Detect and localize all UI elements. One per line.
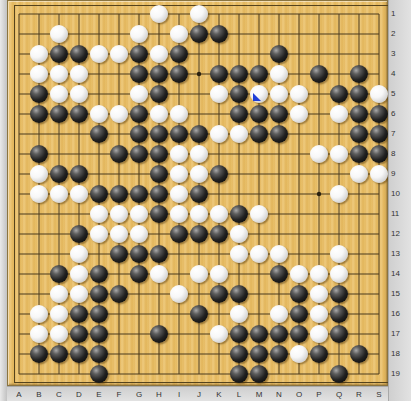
intersection-E5[interactable]	[89, 84, 109, 104]
intersection-A1[interactable]	[9, 4, 29, 24]
intersection-E10[interactable]	[89, 184, 109, 204]
intersection-H3[interactable]	[149, 44, 169, 64]
intersection-M16[interactable]	[249, 304, 269, 324]
intersection-G11[interactable]	[129, 204, 149, 224]
intersection-Q10[interactable]	[329, 184, 349, 204]
intersection-L10[interactable]	[229, 184, 249, 204]
intersection-R19[interactable]	[349, 364, 369, 384]
intersection-P16[interactable]	[309, 304, 329, 324]
intersection-K16[interactable]	[209, 304, 229, 324]
intersection-I3[interactable]	[169, 44, 189, 64]
intersection-H5[interactable]	[149, 84, 169, 104]
intersection-J6[interactable]	[189, 104, 209, 124]
intersection-P18[interactable]	[309, 344, 329, 364]
intersection-H9[interactable]	[149, 164, 169, 184]
intersection-H16[interactable]	[149, 304, 169, 324]
intersection-N17[interactable]	[269, 324, 289, 344]
intersection-H4[interactable]	[149, 64, 169, 84]
intersection-F8[interactable]	[109, 144, 129, 164]
intersection-D16[interactable]	[69, 304, 89, 324]
intersection-C10[interactable]	[49, 184, 69, 204]
intersection-H1[interactable]	[149, 4, 169, 24]
intersection-M19[interactable]	[249, 364, 269, 384]
intersection-D5[interactable]	[69, 84, 89, 104]
intersection-S15[interactable]	[369, 284, 389, 304]
intersection-D12[interactable]	[69, 224, 89, 244]
intersection-J2[interactable]	[189, 24, 209, 44]
intersection-R13[interactable]	[349, 244, 369, 264]
intersection-N14[interactable]	[269, 264, 289, 284]
intersection-L14[interactable]	[229, 264, 249, 284]
intersection-L4[interactable]	[229, 64, 249, 84]
intersection-D10[interactable]	[69, 184, 89, 204]
intersection-S2[interactable]	[369, 24, 389, 44]
intersection-E4[interactable]	[89, 64, 109, 84]
intersection-J12[interactable]	[189, 224, 209, 244]
intersection-R14[interactable]	[349, 264, 369, 284]
intersection-E18[interactable]	[89, 344, 109, 364]
intersection-G13[interactable]	[129, 244, 149, 264]
intersection-G4[interactable]	[129, 64, 149, 84]
intersection-B10[interactable]	[29, 184, 49, 204]
intersection-I12[interactable]	[169, 224, 189, 244]
intersection-R10[interactable]	[349, 184, 369, 204]
intersection-F4[interactable]	[109, 64, 129, 84]
intersection-Q13[interactable]	[329, 244, 349, 264]
intersection-S13[interactable]	[369, 244, 389, 264]
intersection-J16[interactable]	[189, 304, 209, 324]
intersection-J17[interactable]	[189, 324, 209, 344]
intersection-K18[interactable]	[209, 344, 229, 364]
intersection-R7[interactable]	[349, 124, 369, 144]
intersection-G14[interactable]	[129, 264, 149, 284]
intersection-F5[interactable]	[109, 84, 129, 104]
intersection-H18[interactable]	[149, 344, 169, 364]
intersection-I11[interactable]	[169, 204, 189, 224]
intersection-S17[interactable]	[369, 324, 389, 344]
intersection-E2[interactable]	[89, 24, 109, 44]
intersection-C18[interactable]	[49, 344, 69, 364]
intersection-N4[interactable]	[269, 64, 289, 84]
intersection-O3[interactable]	[289, 44, 309, 64]
intersection-L8[interactable]	[229, 144, 249, 164]
intersection-D4[interactable]	[69, 64, 89, 84]
intersection-D8[interactable]	[69, 144, 89, 164]
intersection-F11[interactable]	[109, 204, 129, 224]
intersection-M1[interactable]	[249, 4, 269, 24]
intersection-F10[interactable]	[109, 184, 129, 204]
intersection-P6[interactable]	[309, 104, 329, 124]
intersection-P10[interactable]	[309, 184, 329, 204]
intersection-O9[interactable]	[289, 164, 309, 184]
intersection-F19[interactable]	[109, 364, 129, 384]
intersection-L9[interactable]	[229, 164, 249, 184]
intersection-K13[interactable]	[209, 244, 229, 264]
intersection-A10[interactable]	[9, 184, 29, 204]
intersection-F7[interactable]	[109, 124, 129, 144]
intersection-P19[interactable]	[309, 364, 329, 384]
intersection-L6[interactable]	[229, 104, 249, 124]
intersection-D14[interactable]	[69, 264, 89, 284]
intersection-L18[interactable]	[229, 344, 249, 364]
intersection-R16[interactable]	[349, 304, 369, 324]
intersection-A15[interactable]	[9, 284, 29, 304]
intersection-K2[interactable]	[209, 24, 229, 44]
intersection-F18[interactable]	[109, 344, 129, 364]
intersection-Q1[interactable]	[329, 4, 349, 24]
intersection-A12[interactable]	[9, 224, 29, 244]
intersection-S1[interactable]	[369, 4, 389, 24]
intersection-N7[interactable]	[269, 124, 289, 144]
intersection-K1[interactable]	[209, 4, 229, 24]
intersection-O1[interactable]	[289, 4, 309, 24]
intersection-D1[interactable]	[69, 4, 89, 24]
intersection-E11[interactable]	[89, 204, 109, 224]
intersection-Q6[interactable]	[329, 104, 349, 124]
intersection-K10[interactable]	[209, 184, 229, 204]
intersection-B17[interactable]	[29, 324, 49, 344]
intersection-J18[interactable]	[189, 344, 209, 364]
intersection-J1[interactable]	[189, 4, 209, 24]
intersection-J9[interactable]	[189, 164, 209, 184]
intersection-I1[interactable]	[169, 4, 189, 24]
intersection-R4[interactable]	[349, 64, 369, 84]
intersection-R12[interactable]	[349, 224, 369, 244]
intersection-P9[interactable]	[309, 164, 329, 184]
intersection-P14[interactable]	[309, 264, 329, 284]
intersection-G8[interactable]	[129, 144, 149, 164]
intersection-G17[interactable]	[129, 324, 149, 344]
intersection-N9[interactable]	[269, 164, 289, 184]
intersection-N13[interactable]	[269, 244, 289, 264]
intersection-G5[interactable]	[129, 84, 149, 104]
intersection-B13[interactable]	[29, 244, 49, 264]
intersection-Q19[interactable]	[329, 364, 349, 384]
intersection-S3[interactable]	[369, 44, 389, 64]
intersection-Q11[interactable]	[329, 204, 349, 224]
intersection-A6[interactable]	[9, 104, 29, 124]
intersection-E12[interactable]	[89, 224, 109, 244]
intersection-B8[interactable]	[29, 144, 49, 164]
intersection-R17[interactable]	[349, 324, 369, 344]
intersection-E16[interactable]	[89, 304, 109, 324]
intersection-Q5[interactable]	[329, 84, 349, 104]
intersection-A13[interactable]	[9, 244, 29, 264]
intersection-E9[interactable]	[89, 164, 109, 184]
intersection-Q4[interactable]	[329, 64, 349, 84]
intersection-M18[interactable]	[249, 344, 269, 364]
intersection-F1[interactable]	[109, 4, 129, 24]
intersection-L15[interactable]	[229, 284, 249, 304]
intersection-F17[interactable]	[109, 324, 129, 344]
intersection-G18[interactable]	[129, 344, 149, 364]
intersection-P1[interactable]	[309, 4, 329, 24]
intersection-H14[interactable]	[149, 264, 169, 284]
intersection-O14[interactable]	[289, 264, 309, 284]
intersection-P3[interactable]	[309, 44, 329, 64]
intersection-O5[interactable]	[289, 84, 309, 104]
intersection-I10[interactable]	[169, 184, 189, 204]
intersection-F3[interactable]	[109, 44, 129, 64]
intersection-A2[interactable]	[9, 24, 29, 44]
intersection-O6[interactable]	[289, 104, 309, 124]
intersection-A8[interactable]	[9, 144, 29, 164]
intersection-L13[interactable]	[229, 244, 249, 264]
intersection-K12[interactable]	[209, 224, 229, 244]
intersection-A19[interactable]	[9, 364, 29, 384]
intersection-F2[interactable]	[109, 24, 129, 44]
intersection-L2[interactable]	[229, 24, 249, 44]
intersection-P13[interactable]	[309, 244, 329, 264]
intersection-C14[interactable]	[49, 264, 69, 284]
intersection-M2[interactable]	[249, 24, 269, 44]
intersection-G16[interactable]	[129, 304, 149, 324]
intersection-E19[interactable]	[89, 364, 109, 384]
intersection-O4[interactable]	[289, 64, 309, 84]
intersection-G12[interactable]	[129, 224, 149, 244]
intersection-I14[interactable]	[169, 264, 189, 284]
intersection-H8[interactable]	[149, 144, 169, 164]
intersection-H2[interactable]	[149, 24, 169, 44]
intersection-S19[interactable]	[369, 364, 389, 384]
intersection-O7[interactable]	[289, 124, 309, 144]
intersection-I16[interactable]	[169, 304, 189, 324]
intersection-Q3[interactable]	[329, 44, 349, 64]
intersection-G10[interactable]	[129, 184, 149, 204]
intersection-Q16[interactable]	[329, 304, 349, 324]
intersection-S10[interactable]	[369, 184, 389, 204]
intersection-S6[interactable]	[369, 104, 389, 124]
intersection-M6[interactable]	[249, 104, 269, 124]
intersection-O16[interactable]	[289, 304, 309, 324]
intersection-H7[interactable]	[149, 124, 169, 144]
intersection-P2[interactable]	[309, 24, 329, 44]
intersection-E1[interactable]	[89, 4, 109, 24]
intersection-E17[interactable]	[89, 324, 109, 344]
intersection-R11[interactable]	[349, 204, 369, 224]
intersection-M4[interactable]	[249, 64, 269, 84]
intersection-C1[interactable]	[49, 4, 69, 24]
intersection-A4[interactable]	[9, 64, 29, 84]
intersection-N15[interactable]	[269, 284, 289, 304]
intersection-B2[interactable]	[29, 24, 49, 44]
intersection-N2[interactable]	[269, 24, 289, 44]
intersection-G15[interactable]	[129, 284, 149, 304]
intersection-H11[interactable]	[149, 204, 169, 224]
intersection-R5[interactable]	[349, 84, 369, 104]
intersection-F12[interactable]	[109, 224, 129, 244]
intersection-D7[interactable]	[69, 124, 89, 144]
intersection-D2[interactable]	[69, 24, 89, 44]
intersection-H17[interactable]	[149, 324, 169, 344]
intersection-A18[interactable]	[9, 344, 29, 364]
intersection-B7[interactable]	[29, 124, 49, 144]
intersection-C5[interactable]	[49, 84, 69, 104]
intersection-S12[interactable]	[369, 224, 389, 244]
intersection-O2[interactable]	[289, 24, 309, 44]
intersection-S14[interactable]	[369, 264, 389, 284]
intersection-J15[interactable]	[189, 284, 209, 304]
intersection-D15[interactable]	[69, 284, 89, 304]
intersection-S18[interactable]	[369, 344, 389, 364]
intersection-N1[interactable]	[269, 4, 289, 24]
intersection-K5[interactable]	[209, 84, 229, 104]
intersection-L16[interactable]	[229, 304, 249, 324]
intersection-L3[interactable]	[229, 44, 249, 64]
intersection-P17[interactable]	[309, 324, 329, 344]
intersection-J13[interactable]	[189, 244, 209, 264]
intersection-I19[interactable]	[169, 364, 189, 384]
intersection-S5[interactable]	[369, 84, 389, 104]
intersection-Q12[interactable]	[329, 224, 349, 244]
intersection-J19[interactable]	[189, 364, 209, 384]
intersection-A11[interactable]	[9, 204, 29, 224]
intersection-I17[interactable]	[169, 324, 189, 344]
intersection-N6[interactable]	[269, 104, 289, 124]
intersection-N11[interactable]	[269, 204, 289, 224]
intersection-C4[interactable]	[49, 64, 69, 84]
intersection-N8[interactable]	[269, 144, 289, 164]
intersection-K6[interactable]	[209, 104, 229, 124]
intersection-C17[interactable]	[49, 324, 69, 344]
intersection-G6[interactable]	[129, 104, 149, 124]
intersection-K17[interactable]	[209, 324, 229, 344]
intersection-E15[interactable]	[89, 284, 109, 304]
intersection-I9[interactable]	[169, 164, 189, 184]
intersection-P11[interactable]	[309, 204, 329, 224]
intersection-L5[interactable]	[229, 84, 249, 104]
intersection-B3[interactable]	[29, 44, 49, 64]
intersection-B16[interactable]	[29, 304, 49, 324]
intersection-M13[interactable]	[249, 244, 269, 264]
intersection-R8[interactable]	[349, 144, 369, 164]
intersection-R18[interactable]	[349, 344, 369, 364]
intersection-C16[interactable]	[49, 304, 69, 324]
intersection-I2[interactable]	[169, 24, 189, 44]
intersection-D3[interactable]	[69, 44, 89, 64]
intersection-B12[interactable]	[29, 224, 49, 244]
intersection-O15[interactable]	[289, 284, 309, 304]
intersection-J10[interactable]	[189, 184, 209, 204]
intersection-D6[interactable]	[69, 104, 89, 124]
intersection-C13[interactable]	[49, 244, 69, 264]
intersection-I5[interactable]	[169, 84, 189, 104]
intersection-O8[interactable]	[289, 144, 309, 164]
intersection-G7[interactable]	[129, 124, 149, 144]
intersection-H19[interactable]	[149, 364, 169, 384]
intersection-O10[interactable]	[289, 184, 309, 204]
intersection-L11[interactable]	[229, 204, 249, 224]
intersection-A9[interactable]	[9, 164, 29, 184]
intersection-B18[interactable]	[29, 344, 49, 364]
intersection-N12[interactable]	[269, 224, 289, 244]
intersection-Q2[interactable]	[329, 24, 349, 44]
intersection-M5[interactable]	[249, 84, 269, 104]
intersection-K15[interactable]	[209, 284, 229, 304]
intersection-D9[interactable]	[69, 164, 89, 184]
intersection-K11[interactable]	[209, 204, 229, 224]
intersection-R15[interactable]	[349, 284, 369, 304]
intersection-N18[interactable]	[269, 344, 289, 364]
intersection-Q18[interactable]	[329, 344, 349, 364]
intersection-H10[interactable]	[149, 184, 169, 204]
intersection-S9[interactable]	[369, 164, 389, 184]
intersection-J11[interactable]	[189, 204, 209, 224]
intersection-H6[interactable]	[149, 104, 169, 124]
intersection-Q8[interactable]	[329, 144, 349, 164]
intersection-I6[interactable]	[169, 104, 189, 124]
intersection-E3[interactable]	[89, 44, 109, 64]
intersection-J8[interactable]	[189, 144, 209, 164]
intersection-F13[interactable]	[109, 244, 129, 264]
intersection-K8[interactable]	[209, 144, 229, 164]
intersection-C11[interactable]	[49, 204, 69, 224]
intersection-M11[interactable]	[249, 204, 269, 224]
intersection-M8[interactable]	[249, 144, 269, 164]
intersection-B9[interactable]	[29, 164, 49, 184]
intersection-I8[interactable]	[169, 144, 189, 164]
intersection-B6[interactable]	[29, 104, 49, 124]
intersection-F9[interactable]	[109, 164, 129, 184]
intersection-B15[interactable]	[29, 284, 49, 304]
intersection-J7[interactable]	[189, 124, 209, 144]
intersection-R3[interactable]	[349, 44, 369, 64]
intersection-O17[interactable]	[289, 324, 309, 344]
intersection-L7[interactable]	[229, 124, 249, 144]
intersection-B11[interactable]	[29, 204, 49, 224]
intersection-P8[interactable]	[309, 144, 329, 164]
intersection-G19[interactable]	[129, 364, 149, 384]
intersection-E13[interactable]	[89, 244, 109, 264]
intersection-M14[interactable]	[249, 264, 269, 284]
intersection-K4[interactable]	[209, 64, 229, 84]
intersection-N16[interactable]	[269, 304, 289, 324]
intersection-M15[interactable]	[249, 284, 269, 304]
intersection-H12[interactable]	[149, 224, 169, 244]
intersection-R2[interactable]	[349, 24, 369, 44]
intersection-P4[interactable]	[309, 64, 329, 84]
intersection-L12[interactable]	[229, 224, 249, 244]
intersection-D13[interactable]	[69, 244, 89, 264]
intersection-D17[interactable]	[69, 324, 89, 344]
intersection-M9[interactable]	[249, 164, 269, 184]
intersection-C15[interactable]	[49, 284, 69, 304]
intersection-S16[interactable]	[369, 304, 389, 324]
intersection-O11[interactable]	[289, 204, 309, 224]
intersection-F15[interactable]	[109, 284, 129, 304]
intersection-D18[interactable]	[69, 344, 89, 364]
intersection-K3[interactable]	[209, 44, 229, 64]
intersection-H15[interactable]	[149, 284, 169, 304]
intersection-A16[interactable]	[9, 304, 29, 324]
intersection-D19[interactable]	[69, 364, 89, 384]
intersection-J3[interactable]	[189, 44, 209, 64]
intersection-O19[interactable]	[289, 364, 309, 384]
intersection-K7[interactable]	[209, 124, 229, 144]
intersection-C19[interactable]	[49, 364, 69, 384]
intersection-K19[interactable]	[209, 364, 229, 384]
intersection-Q9[interactable]	[329, 164, 349, 184]
intersection-O13[interactable]	[289, 244, 309, 264]
intersection-M12[interactable]	[249, 224, 269, 244]
intersection-P15[interactable]	[309, 284, 329, 304]
intersection-J4[interactable]	[189, 64, 209, 84]
intersection-N5[interactable]	[269, 84, 289, 104]
intersection-R1[interactable]	[349, 4, 369, 24]
intersection-N19[interactable]	[269, 364, 289, 384]
intersection-S7[interactable]	[369, 124, 389, 144]
intersection-B5[interactable]	[29, 84, 49, 104]
